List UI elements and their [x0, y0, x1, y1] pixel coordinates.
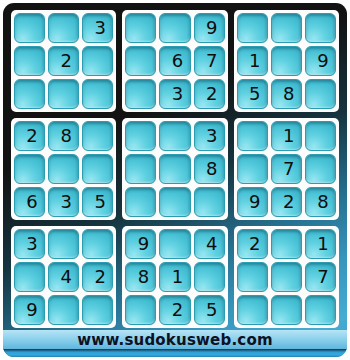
sudoku-board: 329673219582863538179283429948125217 — [3, 3, 347, 328]
cell-r4c6[interactable]: 3 — [194, 121, 225, 151]
cell-r8c4[interactable]: 8 — [125, 262, 156, 292]
cell-r6c6[interactable] — [194, 187, 225, 217]
cell-r7c1[interactable]: 3 — [14, 229, 45, 259]
cell-r9c5[interactable]: 2 — [159, 295, 190, 325]
sudoku-box-3-1: 3429 — [11, 226, 116, 328]
cell-r5c1[interactable] — [14, 154, 45, 184]
sudoku-box-1-2: 96732 — [122, 10, 227, 112]
cell-r7c6[interactable]: 4 — [194, 229, 225, 259]
cell-r6c8[interactable]: 2 — [271, 187, 302, 217]
cell-r7c4[interactable]: 9 — [125, 229, 156, 259]
cell-r8c6[interactable] — [194, 262, 225, 292]
cell-r2c6[interactable]: 7 — [194, 46, 225, 76]
cell-r2c2[interactable]: 2 — [48, 46, 79, 76]
cell-r8c2[interactable]: 4 — [48, 262, 79, 292]
sudoku-box-1-3: 1958 — [234, 10, 339, 112]
cell-r9c8[interactable] — [271, 295, 302, 325]
cell-r3c1[interactable] — [14, 79, 45, 109]
footer-band: www.sudokusweb.com — [3, 330, 347, 349]
cell-r3c3[interactable] — [82, 79, 113, 109]
cell-r2c4[interactable] — [125, 46, 156, 76]
cell-r8c3[interactable]: 2 — [82, 262, 113, 292]
cell-r4c4[interactable] — [125, 121, 156, 151]
site-url: www.sudokusweb.com — [77, 331, 272, 349]
cell-r3c9[interactable] — [305, 79, 336, 109]
cell-r1c4[interactable] — [125, 13, 156, 43]
cell-r4c7[interactable] — [237, 121, 268, 151]
cell-r1c9[interactable] — [305, 13, 336, 43]
cell-r6c1[interactable]: 6 — [14, 187, 45, 217]
cell-r1c5[interactable] — [159, 13, 190, 43]
cell-r1c6[interactable]: 9 — [194, 13, 225, 43]
cell-r4c2[interactable]: 8 — [48, 121, 79, 151]
cell-r5c4[interactable] — [125, 154, 156, 184]
cell-r7c3[interactable] — [82, 229, 113, 259]
cell-r1c7[interactable] — [237, 13, 268, 43]
cell-r8c7[interactable] — [237, 262, 268, 292]
cell-r6c2[interactable]: 3 — [48, 187, 79, 217]
cell-r4c9[interactable] — [305, 121, 336, 151]
cell-r7c8[interactable] — [271, 229, 302, 259]
cell-r9c6[interactable]: 5 — [194, 295, 225, 325]
cell-r7c9[interactable]: 1 — [305, 229, 336, 259]
cell-r5c6[interactable]: 8 — [194, 154, 225, 184]
sudoku-box-1-1: 32 — [11, 10, 116, 112]
cell-r7c7[interactable]: 2 — [237, 229, 268, 259]
cell-r3c7[interactable]: 5 — [237, 79, 268, 109]
sudoku-box-3-3: 217 — [234, 226, 339, 328]
cell-r3c6[interactable]: 2 — [194, 79, 225, 109]
cell-r9c4[interactable] — [125, 295, 156, 325]
cell-r9c2[interactable] — [48, 295, 79, 325]
cell-r2c5[interactable]: 6 — [159, 46, 190, 76]
cell-r4c3[interactable] — [82, 121, 113, 151]
cell-r9c7[interactable] — [237, 295, 268, 325]
board-frame: 329673219582863538179283429948125217 www… — [3, 3, 347, 357]
cell-r2c3[interactable] — [82, 46, 113, 76]
cell-r4c5[interactable] — [159, 121, 190, 151]
cell-r8c1[interactable] — [14, 262, 45, 292]
cell-r2c9[interactable]: 9 — [305, 46, 336, 76]
cell-r3c4[interactable] — [125, 79, 156, 109]
cell-r6c7[interactable]: 9 — [237, 187, 268, 217]
bottom-strip — [3, 349, 347, 357]
cell-r5c5[interactable] — [159, 154, 190, 184]
cell-r7c5[interactable] — [159, 229, 190, 259]
cell-r5c8[interactable]: 7 — [271, 154, 302, 184]
cell-r4c1[interactable]: 2 — [14, 121, 45, 151]
cell-r3c2[interactable] — [48, 79, 79, 109]
cell-r1c2[interactable] — [48, 13, 79, 43]
cell-r5c9[interactable] — [305, 154, 336, 184]
cell-r8c8[interactable] — [271, 262, 302, 292]
cell-r3c5[interactable]: 3 — [159, 79, 190, 109]
sudoku-box-3-2: 948125 — [122, 226, 227, 328]
sudoku-box-2-2: 38 — [122, 118, 227, 220]
sudoku-box-2-1: 28635 — [11, 118, 116, 220]
cell-r5c3[interactable] — [82, 154, 113, 184]
sudoku-box-2-3: 17928 — [234, 118, 339, 220]
cell-r7c2[interactable] — [48, 229, 79, 259]
cell-r9c3[interactable] — [82, 295, 113, 325]
cell-r1c1[interactable] — [14, 13, 45, 43]
cell-r6c9[interactable]: 8 — [305, 187, 336, 217]
cell-r9c9[interactable] — [305, 295, 336, 325]
cell-r3c8[interactable]: 8 — [271, 79, 302, 109]
cell-r2c1[interactable] — [14, 46, 45, 76]
cell-r5c7[interactable] — [237, 154, 268, 184]
cell-r2c8[interactable] — [271, 46, 302, 76]
cell-r1c3[interactable]: 3 — [82, 13, 113, 43]
cell-r8c9[interactable]: 7 — [305, 262, 336, 292]
cell-r5c2[interactable] — [48, 154, 79, 184]
cell-r1c8[interactable] — [271, 13, 302, 43]
cell-r2c7[interactable]: 1 — [237, 46, 268, 76]
cell-r6c5[interactable] — [159, 187, 190, 217]
cell-r6c4[interactable] — [125, 187, 156, 217]
cell-r4c8[interactable]: 1 — [271, 121, 302, 151]
cell-r9c1[interactable]: 9 — [14, 295, 45, 325]
cell-r6c3[interactable]: 5 — [82, 187, 113, 217]
cell-r8c5[interactable]: 1 — [159, 262, 190, 292]
